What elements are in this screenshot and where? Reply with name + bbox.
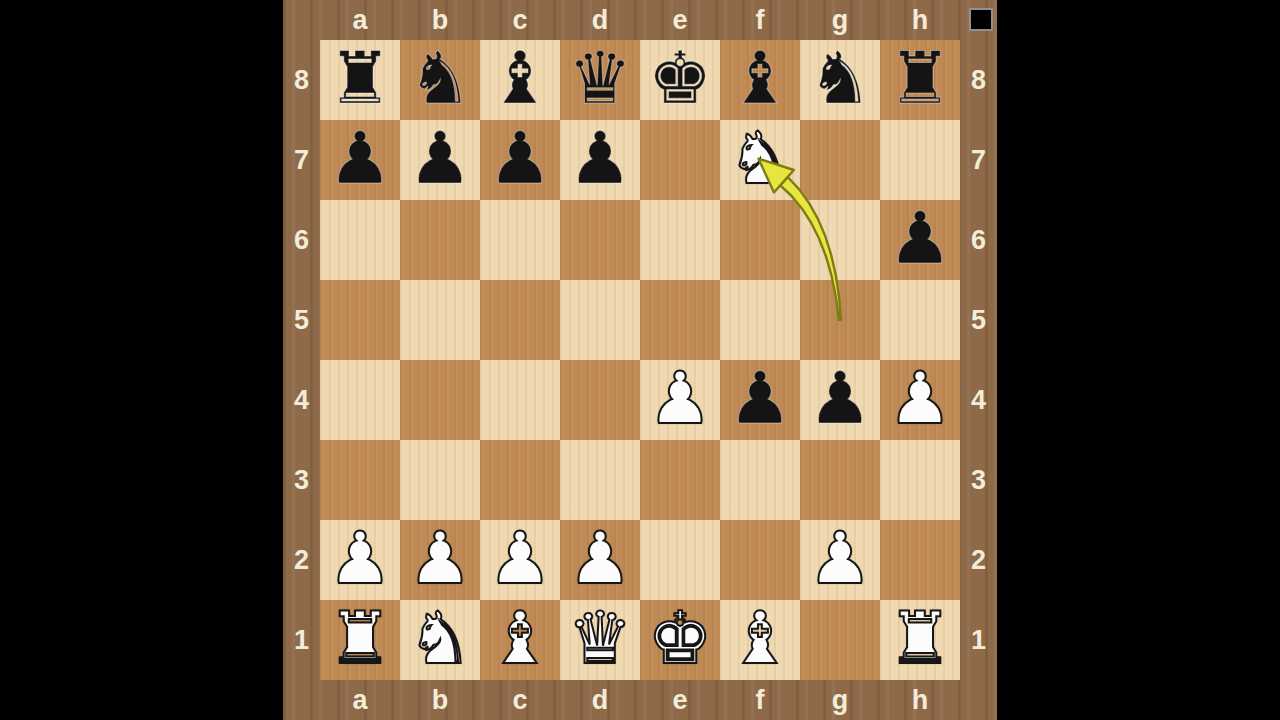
square-d1[interactable]: ♛ [560, 600, 640, 680]
piece-white-king-e1: ♚ [640, 598, 720, 678]
file-label-d: d [560, 0, 640, 40]
square-e4[interactable]: ♟ [640, 360, 720, 440]
file-label-d: d [560, 680, 640, 720]
piece-black-pawn-g4: ♟ [800, 358, 880, 438]
file-label-b: b [400, 0, 480, 40]
rank-label-4: 4 [283, 360, 320, 440]
rank-label-5: 5 [960, 280, 997, 360]
square-f4[interactable]: ♟ [720, 360, 800, 440]
rank-label-1: 1 [960, 600, 997, 680]
square-b1[interactable]: ♞ [400, 600, 480, 680]
piece-black-knight-b8: ♞ [400, 38, 480, 118]
square-h3[interactable] [880, 440, 960, 520]
rank-label-4: 4 [960, 360, 997, 440]
square-d4[interactable] [560, 360, 640, 440]
square-f2[interactable] [720, 520, 800, 600]
piece-black-queen-d8: ♛ [560, 38, 640, 118]
rank-label-8: 8 [960, 40, 997, 120]
piece-white-pawn-g2: ♟ [800, 518, 880, 598]
file-label-b: b [400, 680, 480, 720]
square-f1[interactable]: ♝ [720, 600, 800, 680]
square-e2[interactable] [640, 520, 720, 600]
square-g7[interactable] [800, 120, 880, 200]
piece-white-pawn-e4: ♟ [640, 358, 720, 438]
square-f5[interactable] [720, 280, 800, 360]
square-h7[interactable] [880, 120, 960, 200]
rank-label-8: 8 [283, 40, 320, 120]
square-h2[interactable] [880, 520, 960, 600]
corner-marker [969, 8, 993, 31]
square-c8[interactable]: ♝ [480, 40, 560, 120]
square-f3[interactable] [720, 440, 800, 520]
square-e1[interactable]: ♚ [640, 600, 720, 680]
file-label-g: g [800, 0, 880, 40]
square-f6[interactable] [720, 200, 800, 280]
square-g1[interactable] [800, 600, 880, 680]
rank-label-2: 2 [283, 520, 320, 600]
file-label-a: a [320, 680, 400, 720]
square-b4[interactable] [400, 360, 480, 440]
square-d2[interactable]: ♟ [560, 520, 640, 600]
square-b7[interactable]: ♟ [400, 120, 480, 200]
piece-white-pawn-h4: ♟ [880, 358, 960, 438]
square-g4[interactable]: ♟ [800, 360, 880, 440]
square-g2[interactable]: ♟ [800, 520, 880, 600]
square-g3[interactable] [800, 440, 880, 520]
square-e8[interactable]: ♚ [640, 40, 720, 120]
square-e7[interactable] [640, 120, 720, 200]
square-a4[interactable] [320, 360, 400, 440]
square-c2[interactable]: ♟ [480, 520, 560, 600]
piece-black-pawn-b7: ♟ [400, 118, 480, 198]
square-a7[interactable]: ♟ [320, 120, 400, 200]
rank-label-7: 7 [283, 120, 320, 200]
square-g6[interactable] [800, 200, 880, 280]
rank-label-5: 5 [283, 280, 320, 360]
square-h1[interactable]: ♜ [880, 600, 960, 680]
piece-white-bishop-f1: ♝ [720, 598, 800, 678]
square-c4[interactable] [480, 360, 560, 440]
square-f8[interactable]: ♝ [720, 40, 800, 120]
square-b5[interactable] [400, 280, 480, 360]
square-c1[interactable]: ♝ [480, 600, 560, 680]
piece-black-knight-g8: ♞ [800, 38, 880, 118]
rank-label-2: 2 [960, 520, 997, 600]
square-f7[interactable]: ♞ [720, 120, 800, 200]
piece-white-rook-h1: ♜ [880, 598, 960, 678]
square-b8[interactable]: ♞ [400, 40, 480, 120]
piece-white-bishop-c1: ♝ [480, 598, 560, 678]
square-b6[interactable] [400, 200, 480, 280]
piece-white-pawn-a2: ♟ [320, 518, 400, 598]
square-d7[interactable]: ♟ [560, 120, 640, 200]
square-a8[interactable]: ♜ [320, 40, 400, 120]
square-h4[interactable]: ♟ [880, 360, 960, 440]
square-d3[interactable] [560, 440, 640, 520]
board-frame: abcdefgh 87654321 ♜♞♝♛♚♝♞♜♟♟♟♟♞♟♟♟♟♟♟♟♟♟… [283, 0, 997, 720]
file-label-c: c [480, 680, 560, 720]
piece-black-king-e8: ♚ [640, 38, 720, 118]
piece-black-rook-h8: ♜ [880, 38, 960, 118]
file-label-a: a [320, 0, 400, 40]
square-c5[interactable] [480, 280, 560, 360]
file-label-e: e [640, 680, 720, 720]
piece-black-rook-a8: ♜ [320, 38, 400, 118]
file-label-f: f [720, 680, 800, 720]
square-g5[interactable] [800, 280, 880, 360]
square-a5[interactable] [320, 280, 400, 360]
square-b2[interactable]: ♟ [400, 520, 480, 600]
file-label-c: c [480, 0, 560, 40]
file-label-h: h [880, 0, 960, 40]
square-d8[interactable]: ♛ [560, 40, 640, 120]
square-d6[interactable] [560, 200, 640, 280]
chess-board: ♜♞♝♛♚♝♞♜♟♟♟♟♞♟♟♟♟♟♟♟♟♟♟♜♞♝♛♚♝♜ [320, 40, 960, 680]
piece-black-pawn-c7: ♟ [480, 118, 560, 198]
piece-white-knight-f7: ♞ [720, 118, 800, 198]
square-h5[interactable] [880, 280, 960, 360]
file-labels-top: abcdefgh [320, 0, 960, 40]
piece-black-pawn-d7: ♟ [560, 118, 640, 198]
piece-black-pawn-f4: ♟ [720, 358, 800, 438]
piece-white-queen-d1: ♛ [560, 598, 640, 678]
piece-black-pawn-h6: ♟ [880, 198, 960, 278]
chess-video-frame: abcdefgh 87654321 ♜♞♝♛♚♝♞♜♟♟♟♟♞♟♟♟♟♟♟♟♟♟… [0, 0, 1280, 720]
rank-label-3: 3 [960, 440, 997, 520]
file-label-f: f [720, 0, 800, 40]
rank-labels-right: 87654321 [960, 40, 997, 680]
piece-black-bishop-f8: ♝ [720, 38, 800, 118]
square-a3[interactable] [320, 440, 400, 520]
square-d5[interactable] [560, 280, 640, 360]
square-c7[interactable]: ♟ [480, 120, 560, 200]
square-g8[interactable]: ♞ [800, 40, 880, 120]
square-a2[interactable]: ♟ [320, 520, 400, 600]
piece-white-knight-b1: ♞ [400, 598, 480, 678]
piece-white-pawn-d2: ♟ [560, 518, 640, 598]
square-h8[interactable]: ♜ [880, 40, 960, 120]
square-h6[interactable]: ♟ [880, 200, 960, 280]
piece-white-pawn-b2: ♟ [400, 518, 480, 598]
square-a6[interactable] [320, 200, 400, 280]
square-c3[interactable] [480, 440, 560, 520]
rank-labels-left: 87654321 [283, 40, 320, 680]
file-label-g: g [800, 680, 880, 720]
square-e3[interactable] [640, 440, 720, 520]
square-a1[interactable]: ♜ [320, 600, 400, 680]
piece-black-pawn-a7: ♟ [320, 118, 400, 198]
rank-label-3: 3 [283, 440, 320, 520]
square-e6[interactable] [640, 200, 720, 280]
file-label-h: h [880, 680, 960, 720]
rank-label-6: 6 [960, 200, 997, 280]
piece-white-pawn-c2: ♟ [480, 518, 560, 598]
file-labels-bottom: abcdefgh [320, 680, 960, 720]
square-c6[interactable] [480, 200, 560, 280]
piece-black-bishop-c8: ♝ [480, 38, 560, 118]
file-label-e: e [640, 0, 720, 40]
rank-label-1: 1 [283, 600, 320, 680]
square-b3[interactable] [400, 440, 480, 520]
rank-label-6: 6 [283, 200, 320, 280]
piece-white-rook-a1: ♜ [320, 598, 400, 678]
square-e5[interactable] [640, 280, 720, 360]
rank-label-7: 7 [960, 120, 997, 200]
